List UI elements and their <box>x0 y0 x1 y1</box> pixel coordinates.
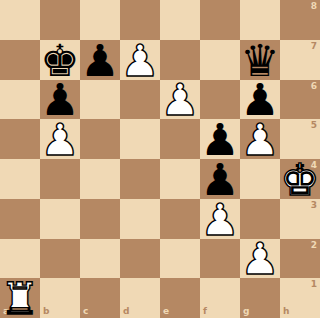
square-f2[interactable] <box>200 239 240 279</box>
square-a5[interactable] <box>0 119 40 159</box>
square-h3[interactable]: 3 <box>280 199 320 239</box>
square-g1[interactable]: g <box>240 278 280 318</box>
square-h7[interactable]: 7 <box>280 40 320 80</box>
square-e6[interactable]: ♟ <box>160 80 200 120</box>
square-c1[interactable]: c <box>80 278 120 318</box>
white-pawn[interactable]: ♟ <box>240 118 279 162</box>
square-a3[interactable] <box>0 199 40 239</box>
white-rook[interactable]: ♜ <box>0 277 39 318</box>
file-label-f: f <box>203 307 207 316</box>
white-pawn[interactable]: ♟ <box>160 78 199 122</box>
square-d8[interactable] <box>120 0 160 40</box>
square-c5[interactable] <box>80 119 120 159</box>
square-c3[interactable] <box>80 199 120 239</box>
square-a8[interactable] <box>0 0 40 40</box>
square-g4[interactable] <box>240 159 280 199</box>
square-a7[interactable] <box>0 40 40 80</box>
square-d5[interactable] <box>120 119 160 159</box>
square-f4[interactable]: ♟ <box>200 159 240 199</box>
square-c6[interactable] <box>80 80 120 120</box>
file-label-h: h <box>283 307 289 316</box>
square-d4[interactable] <box>120 159 160 199</box>
square-d7[interactable]: ♟ <box>120 40 160 80</box>
square-h1[interactable]: 1h <box>280 278 320 318</box>
rank-label-5: 5 <box>311 121 317 130</box>
rank-label-2: 2 <box>311 241 317 250</box>
rank-label-7: 7 <box>311 42 317 51</box>
square-f3[interactable]: ♟ <box>200 199 240 239</box>
square-f1[interactable]: f <box>200 278 240 318</box>
square-a6[interactable] <box>0 80 40 120</box>
square-f8[interactable] <box>200 0 240 40</box>
square-b1[interactable]: b <box>40 278 80 318</box>
file-label-d: d <box>123 307 129 316</box>
square-e1[interactable]: e <box>160 278 200 318</box>
square-b3[interactable] <box>40 199 80 239</box>
square-c2[interactable] <box>80 239 120 279</box>
file-label-g: g <box>243 307 249 316</box>
square-e4[interactable] <box>160 159 200 199</box>
square-a1[interactable]: a♜ <box>0 278 40 318</box>
square-d6[interactable] <box>120 80 160 120</box>
square-d2[interactable] <box>120 239 160 279</box>
square-g5[interactable]: ♟ <box>240 119 280 159</box>
chess-board: 8♚♟♟♛7♟♟♟6♟♟♟5♟4♚♟3♟2a♜bcdefg1h <box>0 0 320 318</box>
file-label-c: c <box>83 307 88 316</box>
square-c4[interactable] <box>80 159 120 199</box>
square-c8[interactable] <box>80 0 120 40</box>
square-h8[interactable]: 8 <box>280 0 320 40</box>
square-g8[interactable] <box>240 0 280 40</box>
file-label-e: e <box>163 307 169 316</box>
square-h4[interactable]: 4♚ <box>280 159 320 199</box>
square-f7[interactable] <box>200 40 240 80</box>
square-e5[interactable] <box>160 119 200 159</box>
square-e8[interactable] <box>160 0 200 40</box>
rank-label-1: 1 <box>311 280 317 289</box>
square-c7[interactable]: ♟ <box>80 40 120 80</box>
white-king[interactable]: ♚ <box>280 158 319 202</box>
rank-label-6: 6 <box>311 82 317 91</box>
square-b4[interactable] <box>40 159 80 199</box>
square-e3[interactable] <box>160 199 200 239</box>
white-pawn[interactable]: ♟ <box>240 237 279 281</box>
rank-label-3: 3 <box>311 201 317 210</box>
white-pawn[interactable]: ♟ <box>120 39 159 83</box>
square-b5[interactable]: ♟ <box>40 119 80 159</box>
rank-label-8: 8 <box>311 2 317 11</box>
square-b8[interactable] <box>40 0 80 40</box>
square-e2[interactable] <box>160 239 200 279</box>
white-pawn[interactable]: ♟ <box>40 118 79 162</box>
square-g2[interactable]: ♟ <box>240 239 280 279</box>
file-label-b: b <box>43 307 49 316</box>
square-d1[interactable]: d <box>120 278 160 318</box>
square-b2[interactable] <box>40 239 80 279</box>
square-a4[interactable] <box>0 159 40 199</box>
black-pawn[interactable]: ♟ <box>80 39 119 83</box>
square-h6[interactable]: 6 <box>280 80 320 120</box>
white-pawn[interactable]: ♟ <box>200 198 239 242</box>
square-h2[interactable]: 2 <box>280 239 320 279</box>
square-d3[interactable] <box>120 199 160 239</box>
